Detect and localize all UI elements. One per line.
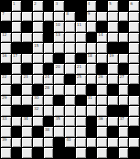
white-cell-r8c4[interactable]	[33, 75, 43, 85]
black-cell-r9c9	[87, 85, 97, 95]
white-cell-r14c5[interactable]	[44, 138, 54, 148]
white-cell-r2c2[interactable]	[12, 12, 22, 22]
clue-number-34: 34	[23, 117, 28, 121]
white-cell-r1c9[interactable]: 4	[87, 1, 97, 11]
clue-number-8: 8	[66, 12, 68, 16]
white-cell-r3c2[interactable]	[12, 22, 22, 32]
white-cell-r5c10[interactable]	[97, 43, 107, 53]
white-cell-r14c2[interactable]	[12, 138, 22, 148]
white-cell-r6c2[interactable]: 17	[12, 54, 22, 64]
clue-number-5: 5	[109, 2, 111, 6]
white-cell-r7c7[interactable]	[65, 64, 75, 74]
white-cell-r6c11[interactable]: 19	[108, 54, 118, 64]
clue-number-32: 32	[34, 107, 39, 111]
white-cell-r4c12[interactable]	[119, 33, 129, 43]
white-cell-r8c12[interactable]: 27	[119, 75, 129, 85]
clue-number-38: 38	[45, 128, 50, 132]
white-cell-r5c4[interactable]: 15	[33, 43, 43, 53]
white-cell-r9c10[interactable]	[97, 85, 107, 95]
white-cell-r14c10[interactable]	[97, 138, 107, 148]
white-cell-r8c9[interactable]	[87, 75, 97, 85]
white-cell-r12c13[interactable]	[129, 117, 139, 127]
white-cell-r2c4[interactable]	[33, 12, 43, 22]
white-cell-r12c4[interactable]	[33, 117, 43, 127]
white-cell-r15c5[interactable]	[44, 148, 54, 158]
white-cell-r13c7[interactable]	[65, 127, 75, 137]
white-cell-r11c13[interactable]	[129, 106, 139, 116]
white-cell-r14c3[interactable]	[22, 138, 32, 148]
white-cell-r4c2[interactable]	[12, 33, 22, 43]
clue-number-15: 15	[34, 44, 39, 48]
white-cell-r9c8[interactable]	[76, 85, 86, 95]
black-cell-r11c2	[12, 106, 22, 116]
white-cell-r10c10[interactable]	[97, 96, 107, 106]
clue-number-40: 40	[66, 138, 71, 142]
white-cell-r10c9[interactable]: 31	[87, 96, 97, 106]
black-cell-r7c1	[1, 64, 11, 74]
white-cell-r3c13[interactable]	[129, 22, 139, 32]
black-cell-r8c7	[65, 75, 75, 85]
white-cell-r13c6[interactable]	[54, 127, 64, 137]
white-cell-r5c9[interactable]	[87, 43, 97, 53]
black-cell-r5c2	[12, 43, 22, 53]
white-cell-r13c5[interactable]: 38	[44, 127, 54, 137]
white-cell-r1c13[interactable]: 6	[129, 1, 139, 11]
white-cell-r15c3[interactable]	[22, 148, 32, 158]
white-cell-r5c1[interactable]	[1, 43, 11, 53]
white-cell-r12c7[interactable]	[65, 117, 75, 127]
black-cell-r7c12	[119, 64, 129, 74]
white-cell-r3c9[interactable]	[87, 22, 97, 32]
black-cell-r4c5	[44, 33, 54, 43]
white-cell-r7c13[interactable]	[129, 64, 139, 74]
white-cell-r2c7[interactable]: 8	[65, 12, 75, 22]
clue-number-24: 24	[45, 75, 50, 79]
black-cell-r15c6	[54, 148, 64, 158]
white-cell-r11c7[interactable]	[65, 106, 75, 116]
white-cell-r3c6[interactable]: 10	[54, 22, 64, 32]
white-cell-r12c10[interactable]: 36	[97, 117, 107, 127]
clue-number-37: 37	[120, 117, 125, 121]
white-cell-r10c3[interactable]	[22, 96, 32, 106]
black-cell-r12c9	[87, 117, 97, 127]
clue-number-36: 36	[98, 117, 103, 121]
black-cell-r7c3	[22, 64, 32, 74]
black-cell-r9c4	[33, 85, 43, 95]
black-cell-r15c13	[129, 148, 139, 158]
white-cell-r2c9[interactable]: 9	[87, 12, 97, 22]
white-cell-r4c8[interactable]	[76, 33, 86, 43]
white-cell-r2c11[interactable]	[108, 12, 118, 22]
white-cell-r4c13[interactable]	[129, 33, 139, 43]
white-cell-r13c3[interactable]	[22, 127, 32, 137]
black-cell-r1c7	[65, 1, 75, 11]
clue-number-22: 22	[2, 75, 7, 79]
white-cell-r12c11[interactable]	[108, 117, 118, 127]
black-cell-r2c8	[76, 12, 86, 22]
white-cell-r9c1[interactable]	[1, 85, 11, 95]
white-cell-r15c8[interactable]	[76, 148, 86, 158]
black-cell-r1c3	[22, 1, 32, 11]
white-cell-r4c3[interactable]	[22, 33, 32, 43]
white-cell-r2c10[interactable]	[97, 12, 107, 22]
clue-number-9: 9	[88, 12, 90, 16]
black-cell-r13c9	[87, 127, 97, 137]
white-cell-r13c1[interactable]	[1, 127, 11, 137]
clue-number-2: 2	[34, 2, 36, 6]
white-cell-r12c3[interactable]: 34	[22, 117, 32, 127]
clue-number-27: 27	[120, 75, 125, 79]
clue-number-25: 25	[77, 75, 82, 79]
white-cell-r8c6[interactable]	[54, 75, 64, 85]
white-cell-r10c5[interactable]	[44, 96, 54, 106]
black-cell-r3c5	[44, 22, 54, 32]
white-cell-r6c9[interactable]: 18	[87, 54, 97, 64]
white-cell-r13c8[interactable]	[76, 127, 86, 137]
white-cell-r7c6[interactable]: 20	[54, 64, 64, 74]
white-cell-r2c6[interactable]	[54, 12, 64, 22]
white-cell-r9c7[interactable]	[65, 85, 75, 95]
black-cell-r3c12	[119, 22, 129, 32]
white-cell-r14c9[interactable]	[87, 138, 97, 148]
black-cell-r5c12	[119, 43, 129, 53]
white-cell-r11c5[interactable]	[44, 106, 54, 116]
clue-number-13: 13	[55, 33, 60, 37]
white-cell-r11c10[interactable]	[97, 106, 107, 116]
white-cell-r11c8[interactable]	[76, 106, 86, 116]
white-cell-r5c5[interactable]	[44, 43, 54, 53]
clue-number-33: 33	[2, 117, 7, 121]
white-cell-r5c7[interactable]	[65, 43, 75, 53]
black-cell-r4c9	[87, 33, 97, 43]
black-cell-r6c8	[76, 54, 86, 64]
black-cell-r7c10	[97, 64, 107, 74]
clue-number-18: 18	[88, 54, 93, 58]
white-cell-r6c5[interactable]	[44, 54, 54, 64]
white-cell-r8c2[interactable]	[12, 75, 22, 85]
white-cell-r3c8[interactable]: 11	[76, 22, 86, 32]
black-cell-r11c12	[119, 106, 129, 116]
clue-number-14: 14	[98, 33, 103, 37]
clue-number-6: 6	[130, 2, 132, 6]
white-cell-r5c6[interactable]	[54, 43, 64, 53]
white-cell-r6c3[interactable]	[22, 54, 32, 64]
white-cell-r8c10[interactable]: 26	[97, 75, 107, 85]
white-cell-r4c6[interactable]: 13	[54, 33, 64, 43]
white-cell-r14c1[interactable]: 39	[1, 138, 11, 148]
white-cell-r10c4[interactable]: 30	[33, 96, 43, 106]
crossword-grid: 1234567891011121314151617181920212223242…	[0, 0, 140, 159]
black-cell-r1c8	[76, 1, 86, 11]
white-cell-r2c3[interactable]	[22, 12, 32, 22]
white-cell-r1c11[interactable]: 5	[108, 1, 118, 11]
black-cell-r5c3	[22, 43, 32, 53]
black-cell-r10c6	[54, 96, 64, 106]
black-cell-r15c4	[33, 148, 43, 158]
white-cell-r14c11[interactable]	[108, 138, 118, 148]
black-cell-r14c6	[54, 138, 64, 148]
clue-number-39: 39	[2, 138, 7, 142]
black-cell-r6c6	[54, 54, 64, 64]
white-cell-r8c1[interactable]: 22	[1, 75, 11, 85]
white-cell-r9c6[interactable]	[54, 85, 64, 95]
white-cell-r7c9[interactable]	[87, 64, 97, 74]
white-cell-r14c4[interactable]	[33, 138, 43, 148]
black-cell-r9c2	[12, 85, 22, 95]
white-cell-r10c13[interactable]	[129, 96, 139, 106]
clue-number-12: 12	[2, 33, 7, 37]
white-cell-r15c12[interactable]	[119, 148, 129, 158]
white-cell-r12c1[interactable]: 33	[1, 117, 11, 127]
black-cell-r13c11	[108, 127, 118, 137]
white-cell-r8c3[interactable]: 23	[22, 75, 32, 85]
white-cell-r10c12[interactable]	[119, 96, 129, 106]
white-cell-r3c4[interactable]	[33, 22, 43, 32]
clue-number-10: 10	[55, 23, 60, 27]
crossword-board: 1234567891011121314151617181920212223242…	[0, 0, 140, 159]
black-cell-r13c2	[12, 127, 22, 137]
clue-number-7: 7	[2, 12, 4, 16]
white-cell-r6c13[interactable]	[129, 54, 139, 64]
white-cell-r7c11[interactable]	[108, 64, 118, 74]
clue-number-30: 30	[34, 96, 39, 100]
white-cell-r14c8[interactable]	[76, 138, 86, 148]
white-cell-r11c4[interactable]: 32	[33, 106, 43, 116]
clue-number-23: 23	[23, 75, 28, 79]
white-cell-r10c1[interactable]: 29	[1, 96, 11, 106]
black-cell-r9c11	[108, 85, 118, 95]
white-cell-r14c12[interactable]	[119, 138, 129, 148]
clue-number-31: 31	[88, 96, 93, 100]
white-cell-r6c7[interactable]	[65, 54, 75, 64]
white-cell-r2c5[interactable]	[44, 12, 54, 22]
clue-number-26: 26	[98, 75, 103, 79]
black-cell-r3c1	[1, 22, 11, 32]
white-cell-r9c12[interactable]	[119, 85, 129, 95]
white-cell-r10c2[interactable]	[12, 96, 22, 106]
white-cell-r14c13[interactable]	[129, 138, 139, 148]
clue-number-19: 19	[109, 54, 114, 58]
black-cell-r12c5	[44, 117, 54, 127]
white-cell-r1c6[interactable]: 3	[54, 1, 64, 11]
clue-number-28: 28	[45, 86, 50, 90]
clue-number-35: 35	[55, 117, 60, 121]
white-cell-r9c5[interactable]: 28	[44, 85, 54, 95]
white-cell-r12c12[interactable]: 37	[119, 117, 129, 127]
clue-number-16: 16	[2, 54, 7, 58]
white-cell-r2c12[interactable]	[119, 12, 129, 22]
white-cell-r15c10[interactable]	[97, 148, 107, 158]
black-cell-r9c13	[129, 85, 139, 95]
black-cell-r13c13	[129, 127, 139, 137]
white-cell-r12c6[interactable]: 35	[54, 117, 64, 127]
white-cell-r14c7[interactable]: 40	[65, 138, 75, 148]
white-cell-r10c7[interactable]	[65, 96, 75, 106]
black-cell-r15c2	[12, 148, 22, 158]
white-cell-r4c4[interactable]	[33, 33, 43, 43]
black-cell-r10c8	[76, 96, 86, 106]
clue-number-29: 29	[2, 96, 7, 100]
white-cell-r11c1[interactable]	[1, 106, 11, 116]
white-cell-r12c8[interactable]	[76, 117, 86, 127]
clue-number-11: 11	[77, 23, 82, 27]
white-cell-r5c13[interactable]	[129, 43, 139, 53]
black-cell-r13c4	[33, 127, 43, 137]
white-cell-r4c10[interactable]: 14	[97, 33, 107, 43]
black-cell-r15c11	[108, 148, 118, 158]
white-cell-r7c8[interactable]: 21	[76, 64, 86, 74]
white-cell-r13c10[interactable]	[97, 127, 107, 137]
white-cell-r4c7[interactable]	[65, 33, 75, 43]
black-cell-r15c7	[65, 148, 75, 158]
clue-number-4: 4	[88, 2, 90, 6]
white-cell-r1c4[interactable]: 2	[33, 1, 43, 11]
clue-number-3: 3	[55, 2, 57, 6]
clue-number-1: 1	[13, 2, 15, 6]
white-cell-r8c5[interactable]: 24	[44, 75, 54, 85]
white-cell-r7c2[interactable]	[12, 64, 22, 74]
white-cell-r8c13[interactable]	[129, 75, 139, 85]
black-cell-r1c1	[1, 1, 11, 11]
black-cell-r11c11	[108, 106, 118, 116]
white-cell-r5c8[interactable]	[76, 43, 86, 53]
black-cell-r3c3	[22, 22, 32, 32]
white-cell-r6c1[interactable]: 16	[1, 54, 11, 64]
white-cell-r3c11[interactable]	[108, 22, 118, 32]
white-cell-r2c1[interactable]: 7	[1, 12, 11, 22]
white-cell-r3c7[interactable]	[65, 22, 75, 32]
clue-number-20: 20	[55, 65, 60, 69]
white-cell-r6c4[interactable]	[33, 54, 43, 64]
clue-number-21: 21	[77, 65, 82, 69]
white-cell-r15c1[interactable]	[1, 148, 11, 158]
white-cell-r6c12[interactable]	[119, 54, 129, 64]
white-cell-r8c11[interactable]	[108, 75, 118, 85]
clue-number-17: 17	[13, 54, 18, 58]
black-cell-r7c5	[44, 64, 54, 74]
white-cell-r12c2[interactable]	[12, 117, 22, 127]
white-cell-r13c12[interactable]	[119, 127, 129, 137]
black-cell-r5c11	[108, 43, 118, 53]
black-cell-r1c10	[97, 1, 107, 11]
white-cell-r2c13[interactable]	[129, 12, 139, 22]
black-cell-r1c5	[44, 1, 54, 11]
black-cell-r3c10	[97, 22, 107, 32]
white-cell-r1c2[interactable]: 1	[12, 1, 22, 11]
black-cell-r15c9	[87, 148, 97, 158]
black-cell-r1c12	[119, 1, 129, 11]
white-cell-r11c6[interactable]	[54, 106, 64, 116]
white-cell-r4c11[interactable]	[108, 33, 118, 43]
black-cell-r11c3	[22, 106, 32, 116]
white-cell-r8c8[interactable]: 25	[76, 75, 86, 85]
white-cell-r11c9[interactable]	[87, 106, 97, 116]
white-cell-r4c1[interactable]: 12	[1, 33, 11, 43]
white-cell-r9c3[interactable]	[22, 85, 32, 95]
white-cell-r6c10[interactable]	[97, 54, 107, 64]
white-cell-r7c4[interactable]	[33, 64, 43, 74]
white-cell-r10c11[interactable]	[108, 96, 118, 106]
